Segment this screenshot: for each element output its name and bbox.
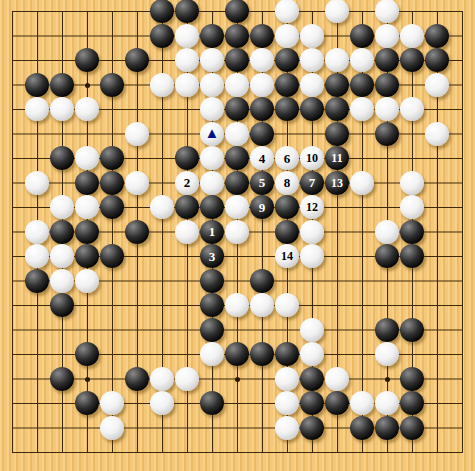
stone-white[interactable] <box>300 342 324 366</box>
stone-black[interactable]: 13 <box>325 171 349 195</box>
stone-black[interactable] <box>275 220 299 244</box>
stone-black[interactable] <box>125 220 149 244</box>
stone-white[interactable] <box>200 342 224 366</box>
stone-black[interactable] <box>175 146 199 170</box>
stone-white[interactable] <box>250 293 274 317</box>
stone-white[interactable]: 2 <box>175 171 199 195</box>
stone-white[interactable] <box>275 416 299 440</box>
stone-white[interactable] <box>375 24 399 48</box>
move-number-label: 1 <box>209 225 216 238</box>
stone-black[interactable] <box>225 97 249 121</box>
stone-black[interactable] <box>275 48 299 72</box>
stone-black[interactable] <box>25 269 49 293</box>
stone-black[interactable] <box>400 48 424 72</box>
stone-white[interactable] <box>175 73 199 97</box>
stone-black[interactable] <box>275 97 299 121</box>
stone-white[interactable]: 6 <box>275 146 299 170</box>
move-number-label: 11 <box>331 152 342 164</box>
stone-white[interactable] <box>275 293 299 317</box>
stone-white[interactable] <box>375 220 399 244</box>
stone-white[interactable] <box>125 171 149 195</box>
stone-black[interactable] <box>75 342 99 366</box>
stone-white[interactable]: 4 <box>250 146 274 170</box>
stone-black[interactable] <box>200 391 224 415</box>
stone-black[interactable] <box>225 0 249 23</box>
stone-white[interactable] <box>375 0 399 23</box>
stone-white[interactable] <box>425 122 449 146</box>
stone-black[interactable] <box>50 146 74 170</box>
stone-black[interactable] <box>75 171 99 195</box>
stone-white[interactable]: 14 <box>275 244 299 268</box>
stone-white[interactable] <box>25 171 49 195</box>
star-point <box>85 83 90 88</box>
stone-white[interactable] <box>275 391 299 415</box>
stone-white[interactable] <box>400 97 424 121</box>
move-number-label: 2 <box>184 176 191 189</box>
stone-white[interactable] <box>350 97 374 121</box>
stone-white[interactable] <box>300 24 324 48</box>
stone-black[interactable] <box>325 122 349 146</box>
stone-white[interactable] <box>150 195 174 219</box>
stone-white[interactable] <box>200 171 224 195</box>
stone-white[interactable] <box>275 24 299 48</box>
stone-white[interactable] <box>200 73 224 97</box>
stone-white[interactable] <box>300 220 324 244</box>
stone-black[interactable] <box>300 97 324 121</box>
stone-black[interactable] <box>250 24 274 48</box>
stone-black[interactable] <box>50 293 74 317</box>
stone-black[interactable] <box>425 24 449 48</box>
stone-white[interactable] <box>225 195 249 219</box>
stone-black[interactable] <box>100 244 124 268</box>
stone-black[interactable] <box>25 73 49 97</box>
stone-black[interactable] <box>75 391 99 415</box>
stone-black[interactable] <box>400 318 424 342</box>
stone-white[interactable] <box>175 24 199 48</box>
stone-white[interactable] <box>275 0 299 23</box>
stone-black[interactable] <box>75 244 99 268</box>
stone-black[interactable] <box>325 391 349 415</box>
stone-black[interactable] <box>275 195 299 219</box>
stone-black[interactable] <box>275 73 299 97</box>
stone-black[interactable] <box>100 171 124 195</box>
stone-white[interactable]: 10 <box>300 146 324 170</box>
stone-black[interactable] <box>325 97 349 121</box>
stone-black[interactable]: 9 <box>250 195 274 219</box>
stone-white[interactable] <box>250 73 274 97</box>
stone-white[interactable] <box>75 97 99 121</box>
stone-white[interactable] <box>375 391 399 415</box>
stone-black[interactable] <box>200 195 224 219</box>
stone-white[interactable] <box>425 73 449 97</box>
stone-white[interactable] <box>325 0 349 23</box>
stone-white[interactable] <box>200 48 224 72</box>
move-number-label: 4 <box>259 152 266 165</box>
stone-black[interactable] <box>250 122 274 146</box>
stone-white[interactable] <box>75 269 99 293</box>
stone-white[interactable] <box>375 97 399 121</box>
stone-white[interactable] <box>400 171 424 195</box>
stone-black[interactable] <box>225 24 249 48</box>
stone-black[interactable] <box>275 342 299 366</box>
stone-white[interactable] <box>100 416 124 440</box>
stone-black[interactable] <box>300 391 324 415</box>
stone-white[interactable] <box>300 244 324 268</box>
stone-white[interactable] <box>150 367 174 391</box>
stone-black[interactable] <box>375 48 399 72</box>
stone-black[interactable] <box>225 48 249 72</box>
stone-black[interactable] <box>50 73 74 97</box>
move-number-label: 14 <box>281 250 293 262</box>
stone-black[interactable] <box>100 146 124 170</box>
stone-white[interactable] <box>25 220 49 244</box>
stone-white[interactable] <box>125 122 149 146</box>
stone-black[interactable] <box>375 416 399 440</box>
stone-black[interactable] <box>375 73 399 97</box>
stone-white[interactable] <box>50 195 74 219</box>
stone-white[interactable] <box>50 244 74 268</box>
stone-black[interactable] <box>400 220 424 244</box>
stone-black[interactable] <box>425 48 449 72</box>
stone-black[interactable] <box>150 0 174 23</box>
stone-black[interactable] <box>300 416 324 440</box>
star-point <box>235 377 240 382</box>
stone-black[interactable] <box>225 171 249 195</box>
stone-white[interactable] <box>225 220 249 244</box>
stone-black[interactable] <box>200 318 224 342</box>
stone-white[interactable] <box>175 367 199 391</box>
stone-white[interactable] <box>75 195 99 219</box>
stone-black[interactable] <box>375 318 399 342</box>
move-number-label: 13 <box>331 177 343 189</box>
stone-black[interactable] <box>400 416 424 440</box>
stone-black[interactable] <box>350 73 374 97</box>
stone-white[interactable] <box>350 48 374 72</box>
stone-white[interactable] <box>225 122 249 146</box>
move-number-label: 9 <box>259 201 266 214</box>
stone-black[interactable]: 5 <box>250 171 274 195</box>
stone-black[interactable] <box>325 73 349 97</box>
stone-white[interactable] <box>400 195 424 219</box>
move-number-label: 6 <box>284 152 291 165</box>
stone-black[interactable] <box>150 24 174 48</box>
star-point <box>85 377 90 382</box>
move-number-label: 3 <box>209 250 216 263</box>
stone-black[interactable] <box>50 367 74 391</box>
move-number-label: 5 <box>259 176 266 189</box>
stone-white[interactable] <box>175 220 199 244</box>
stone-black[interactable]: 11 <box>325 146 349 170</box>
stone-white[interactable]: 8 <box>275 171 299 195</box>
stone-black[interactable] <box>125 48 149 72</box>
stone-white[interactable] <box>175 48 199 72</box>
stone-white[interactable] <box>375 342 399 366</box>
triangle-marker: ▲ <box>205 126 220 141</box>
stone-white[interactable] <box>200 146 224 170</box>
move-number-label: 12 <box>306 201 318 213</box>
stone-white[interactable] <box>150 391 174 415</box>
stone-white[interactable] <box>50 97 74 121</box>
stone-white[interactable] <box>300 48 324 72</box>
stone-black[interactable] <box>100 73 124 97</box>
stone-black[interactable] <box>125 367 149 391</box>
stone-black[interactable] <box>250 97 274 121</box>
stone-black[interactable] <box>400 391 424 415</box>
stone-white[interactable]: 12 <box>300 195 324 219</box>
stone-white[interactable] <box>325 367 349 391</box>
stone-black[interactable] <box>400 367 424 391</box>
stone-black[interactable] <box>225 146 249 170</box>
stone-black[interactable]: 7 <box>300 171 324 195</box>
stone-white[interactable] <box>225 293 249 317</box>
go-board[interactable]: ▲4610112587139121314 <box>0 0 475 471</box>
move-number-label: 8 <box>284 176 291 189</box>
stone-black[interactable] <box>200 269 224 293</box>
stone-white[interactable] <box>50 269 74 293</box>
stone-white[interactable]: ▲ <box>200 122 224 146</box>
stone-white[interactable] <box>350 171 374 195</box>
stone-white[interactable] <box>300 318 324 342</box>
stone-white[interactable] <box>275 367 299 391</box>
stone-black[interactable]: 1 <box>200 220 224 244</box>
stone-black[interactable] <box>175 0 199 23</box>
star-point <box>385 377 390 382</box>
stone-black[interactable] <box>250 269 274 293</box>
stone-white[interactable] <box>100 391 124 415</box>
move-number-label: 7 <box>309 176 316 189</box>
stone-black[interactable] <box>300 367 324 391</box>
stone-white[interactable] <box>400 24 424 48</box>
stone-black[interactable] <box>100 195 124 219</box>
stone-white[interactable] <box>225 73 249 97</box>
stone-white[interactable] <box>25 97 49 121</box>
stone-black[interactable] <box>250 342 274 366</box>
stone-black[interactable] <box>75 48 99 72</box>
stone-white[interactable] <box>75 146 99 170</box>
stone-white[interactable] <box>325 48 349 72</box>
stone-white[interactable] <box>150 73 174 97</box>
stone-black[interactable]: 3 <box>200 244 224 268</box>
stone-white[interactable] <box>200 97 224 121</box>
stone-black[interactable] <box>200 24 224 48</box>
stone-black[interactable] <box>200 293 224 317</box>
stone-white[interactable] <box>300 73 324 97</box>
stone-white[interactable] <box>350 391 374 415</box>
stone-black[interactable] <box>225 342 249 366</box>
move-number-label: 10 <box>306 152 318 164</box>
stone-white[interactable] <box>25 244 49 268</box>
stone-black[interactable] <box>375 122 399 146</box>
stone-black[interactable] <box>400 244 424 268</box>
stone-black[interactable] <box>50 220 74 244</box>
stone-white[interactable] <box>250 48 274 72</box>
stone-black[interactable] <box>350 416 374 440</box>
stone-black[interactable] <box>175 195 199 219</box>
stone-black[interactable] <box>75 220 99 244</box>
stone-black[interactable] <box>350 24 374 48</box>
stone-black[interactable] <box>375 244 399 268</box>
